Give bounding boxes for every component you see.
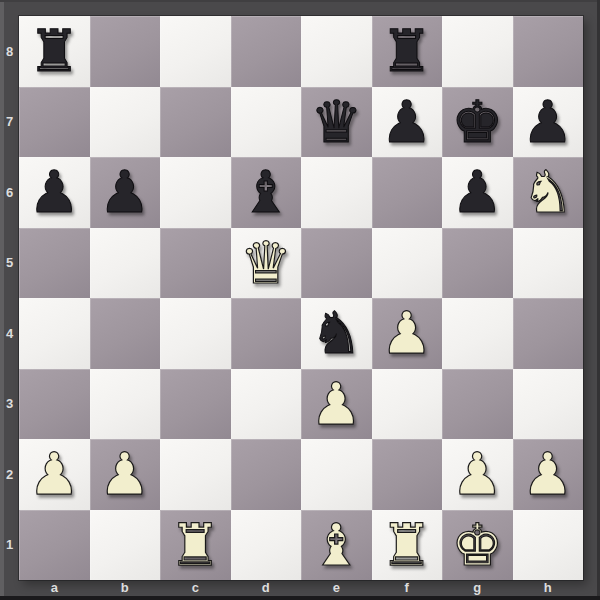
square-f1[interactable]: ♜ bbox=[372, 510, 443, 581]
square-b1[interactable] bbox=[90, 510, 161, 581]
piece-white-pawn-h2: ♟ bbox=[522, 439, 574, 509]
piece-black-rook-a8: ♜ bbox=[28, 16, 80, 86]
square-a3[interactable] bbox=[19, 369, 90, 440]
file-label-c: c bbox=[160, 580, 231, 596]
piece-black-king-g7: ♚ bbox=[451, 87, 503, 157]
piece-white-king-g1: ♚ bbox=[451, 510, 503, 580]
piece-black-pawn-g6: ♟ bbox=[451, 157, 503, 227]
piece-black-pawn-a6: ♟ bbox=[28, 157, 80, 227]
square-c2[interactable] bbox=[160, 439, 231, 510]
square-c8[interactable] bbox=[160, 16, 231, 87]
square-d2[interactable] bbox=[231, 439, 302, 510]
piece-white-pawn-b2: ♟ bbox=[99, 439, 151, 509]
piece-black-rook-f8: ♜ bbox=[381, 16, 433, 86]
square-b4[interactable] bbox=[90, 298, 161, 369]
square-f8[interactable]: ♜ bbox=[372, 16, 443, 87]
square-b3[interactable] bbox=[90, 369, 161, 440]
square-g3[interactable] bbox=[442, 369, 513, 440]
file-label-d: d bbox=[231, 580, 302, 596]
square-h5[interactable] bbox=[513, 228, 584, 299]
square-a4[interactable] bbox=[19, 298, 90, 369]
square-c5[interactable] bbox=[160, 228, 231, 299]
square-c6[interactable] bbox=[160, 157, 231, 228]
piece-white-rook-c1: ♜ bbox=[169, 510, 221, 580]
piece-white-pawn-a2: ♟ bbox=[28, 439, 80, 509]
square-a7[interactable] bbox=[19, 87, 90, 158]
square-d1[interactable] bbox=[231, 510, 302, 581]
square-h2[interactable]: ♟ bbox=[513, 439, 584, 510]
chess-board-frame: ♜♜♛♟♚♟♟♟♝♟♞♛♞♟♟♟♟♟♟♜♝♜♚ 87654321 abcdefg… bbox=[0, 0, 600, 600]
file-label-g: g bbox=[442, 580, 513, 596]
piece-white-queen-d5: ♛ bbox=[240, 228, 292, 298]
square-d8[interactable] bbox=[231, 16, 302, 87]
square-c7[interactable] bbox=[160, 87, 231, 158]
square-b6[interactable]: ♟ bbox=[90, 157, 161, 228]
square-a8[interactable]: ♜ bbox=[19, 16, 90, 87]
square-b2[interactable]: ♟ bbox=[90, 439, 161, 510]
square-g1[interactable]: ♚ bbox=[442, 510, 513, 581]
square-g5[interactable] bbox=[442, 228, 513, 299]
square-h1[interactable] bbox=[513, 510, 584, 581]
square-f3[interactable] bbox=[372, 369, 443, 440]
square-a6[interactable]: ♟ bbox=[19, 157, 90, 228]
piece-black-knight-e4: ♞ bbox=[310, 298, 362, 368]
square-h7[interactable]: ♟ bbox=[513, 87, 584, 158]
square-e8[interactable] bbox=[301, 16, 372, 87]
piece-white-pawn-g2: ♟ bbox=[451, 439, 503, 509]
square-d7[interactable] bbox=[231, 87, 302, 158]
square-h4[interactable] bbox=[513, 298, 584, 369]
square-f7[interactable]: ♟ bbox=[372, 87, 443, 158]
square-f6[interactable] bbox=[372, 157, 443, 228]
file-labels: abcdefgh bbox=[19, 580, 583, 596]
square-b7[interactable] bbox=[90, 87, 161, 158]
square-e4[interactable]: ♞ bbox=[301, 298, 372, 369]
piece-white-rook-f1: ♜ bbox=[381, 510, 433, 580]
square-e3[interactable]: ♟ bbox=[301, 369, 372, 440]
square-h6[interactable]: ♞ bbox=[513, 157, 584, 228]
square-c3[interactable] bbox=[160, 369, 231, 440]
file-label-b: b bbox=[90, 580, 161, 596]
square-h8[interactable] bbox=[513, 16, 584, 87]
square-e2[interactable] bbox=[301, 439, 372, 510]
square-a2[interactable]: ♟ bbox=[19, 439, 90, 510]
square-e6[interactable] bbox=[301, 157, 372, 228]
square-h3[interactable] bbox=[513, 369, 584, 440]
square-b8[interactable] bbox=[90, 16, 161, 87]
piece-black-queen-e7: ♛ bbox=[310, 87, 362, 157]
square-g2[interactable]: ♟ bbox=[442, 439, 513, 510]
square-d6[interactable]: ♝ bbox=[231, 157, 302, 228]
chess-board: ♜♜♛♟♚♟♟♟♝♟♞♛♞♟♟♟♟♟♟♜♝♜♚ bbox=[19, 16, 583, 580]
square-g7[interactable]: ♚ bbox=[442, 87, 513, 158]
frame-bevel-left bbox=[0, 0, 4, 600]
square-e1[interactable]: ♝ bbox=[301, 510, 372, 581]
square-d5[interactable]: ♛ bbox=[231, 228, 302, 299]
piece-black-pawn-h7: ♟ bbox=[522, 87, 574, 157]
piece-white-pawn-e3: ♟ bbox=[310, 369, 362, 439]
square-e7[interactable]: ♛ bbox=[301, 87, 372, 158]
square-b5[interactable] bbox=[90, 228, 161, 299]
piece-black-bishop-d6: ♝ bbox=[240, 157, 292, 227]
file-label-e: e bbox=[301, 580, 372, 596]
square-d3[interactable] bbox=[231, 369, 302, 440]
square-g4[interactable] bbox=[442, 298, 513, 369]
piece-black-pawn-f7: ♟ bbox=[381, 87, 433, 157]
piece-white-knight-h6: ♞ bbox=[522, 157, 574, 227]
piece-white-bishop-e1: ♝ bbox=[310, 510, 362, 580]
piece-black-pawn-b6: ♟ bbox=[99, 157, 151, 227]
square-e5[interactable] bbox=[301, 228, 372, 299]
file-label-f: f bbox=[372, 580, 443, 596]
square-a1[interactable] bbox=[19, 510, 90, 581]
square-c4[interactable] bbox=[160, 298, 231, 369]
square-f2[interactable] bbox=[372, 439, 443, 510]
frame-bevel-bottom bbox=[0, 596, 600, 600]
square-g6[interactable]: ♟ bbox=[442, 157, 513, 228]
file-label-a: a bbox=[19, 580, 90, 596]
square-d4[interactable] bbox=[231, 298, 302, 369]
square-a5[interactable] bbox=[19, 228, 90, 299]
file-label-h: h bbox=[513, 580, 584, 596]
square-f4[interactable]: ♟ bbox=[372, 298, 443, 369]
piece-white-pawn-f4: ♟ bbox=[381, 298, 433, 368]
frame-bevel-top bbox=[0, 0, 600, 2]
square-f5[interactable] bbox=[372, 228, 443, 299]
square-c1[interactable]: ♜ bbox=[160, 510, 231, 581]
square-g8[interactable] bbox=[442, 16, 513, 87]
